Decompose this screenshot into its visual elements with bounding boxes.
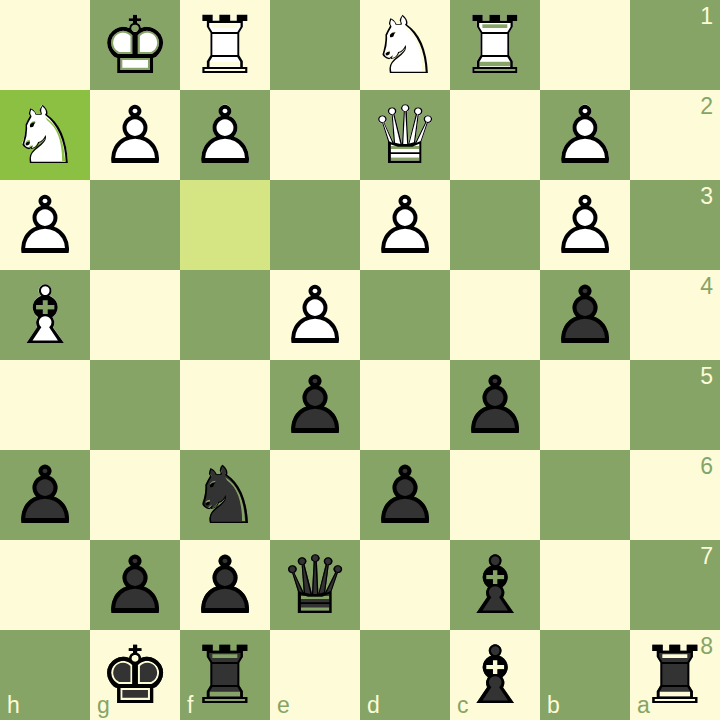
black-rook[interactable]: ♜♖ (630, 630, 720, 720)
square-g6[interactable] (90, 450, 180, 540)
square-c7[interactable]: ♝♗ (450, 540, 540, 630)
piece-outline-layer: ♗ (450, 540, 540, 630)
piece-outline-layer: ♗ (0, 270, 90, 360)
rank-label: 1 (700, 5, 713, 28)
square-e5[interactable]: ♟♙ (270, 360, 360, 450)
piece-outline-layer: ♖ (630, 630, 720, 720)
square-e8[interactable]: e (270, 630, 360, 720)
rank-label: 6 (700, 455, 713, 478)
piece-fill-layer: ♟ (180, 540, 270, 630)
piece-fill-layer: ♜ (180, 630, 270, 720)
square-h8[interactable]: h (0, 630, 90, 720)
black-pawn[interactable]: ♟♙ (540, 270, 630, 360)
file-label: b (547, 694, 560, 717)
square-c3[interactable] (450, 180, 540, 270)
piece-fill-layer: ♜ (180, 0, 270, 90)
rank-label: 7 (700, 545, 713, 568)
piece-fill-layer: ♝ (0, 270, 90, 360)
piece-outline-layer: ♙ (90, 540, 180, 630)
black-knight[interactable]: ♞♘ (180, 450, 270, 540)
square-g2[interactable]: ♟♙ (90, 90, 180, 180)
square-f7[interactable]: ♟♙ (180, 540, 270, 630)
piece-fill-layer: ♟ (540, 270, 630, 360)
piece-outline-layer: ♙ (540, 180, 630, 270)
white-pawn[interactable]: ♟♙ (360, 180, 450, 270)
white-pawn[interactable]: ♟♙ (270, 270, 360, 360)
square-h5[interactable] (0, 360, 90, 450)
square-h1[interactable] (0, 0, 90, 90)
square-b3[interactable]: ♟♙ (540, 180, 630, 270)
white-king[interactable]: ♚♔ (90, 0, 180, 90)
square-h6[interactable]: ♟♙ (0, 450, 90, 540)
piece-fill-layer: ♞ (360, 0, 450, 90)
black-king[interactable]: ♚♔ (90, 630, 180, 720)
black-pawn[interactable]: ♟♙ (0, 450, 90, 540)
piece-fill-layer: ♞ (180, 450, 270, 540)
white-queen[interactable]: ♛♕ (360, 90, 450, 180)
file-label: h (7, 694, 20, 717)
piece-outline-layer: ♕ (270, 540, 360, 630)
square-h4[interactable]: ♝♗ (0, 270, 90, 360)
square-g7[interactable]: ♟♙ (90, 540, 180, 630)
square-a8[interactable]: ♜♖8a (630, 630, 720, 720)
piece-outline-layer: ♖ (450, 0, 540, 90)
square-a3[interactable]: 3 (630, 180, 720, 270)
piece-outline-layer: ♙ (360, 450, 450, 540)
square-h2[interactable]: ♞♘ (0, 90, 90, 180)
piece-fill-layer: ♟ (450, 360, 540, 450)
piece-outline-layer: ♙ (540, 270, 630, 360)
piece-outline-layer: ♖ (180, 0, 270, 90)
piece-outline-layer: ♗ (450, 630, 540, 720)
rank-label: 4 (700, 275, 713, 298)
square-a7[interactable]: 7 (630, 540, 720, 630)
square-c5[interactable]: ♟♙ (450, 360, 540, 450)
square-b4[interactable]: ♟♙ (540, 270, 630, 360)
square-a4[interactable]: 4 (630, 270, 720, 360)
black-pawn[interactable]: ♟♙ (360, 450, 450, 540)
square-h7[interactable] (0, 540, 90, 630)
piece-outline-layer: ♖ (180, 630, 270, 720)
square-d2[interactable]: ♛♕ (360, 90, 450, 180)
square-b5[interactable] (540, 360, 630, 450)
square-f4[interactable] (180, 270, 270, 360)
piece-outline-layer: ♙ (0, 450, 90, 540)
square-b8[interactable]: b (540, 630, 630, 720)
piece-outline-layer: ♙ (360, 180, 450, 270)
piece-fill-layer: ♟ (360, 180, 450, 270)
piece-fill-layer: ♞ (0, 90, 90, 180)
black-pawn[interactable]: ♟♙ (90, 540, 180, 630)
piece-fill-layer: ♟ (270, 360, 360, 450)
piece-fill-layer: ♟ (360, 450, 450, 540)
square-d7[interactable] (360, 540, 450, 630)
white-pawn[interactable]: ♟♙ (90, 90, 180, 180)
white-pawn[interactable]: ♟♙ (0, 180, 90, 270)
square-d5[interactable] (360, 360, 450, 450)
square-a6[interactable]: 6 (630, 450, 720, 540)
black-pawn[interactable]: ♟♙ (180, 540, 270, 630)
rank-label: 2 (700, 95, 713, 118)
square-e4[interactable]: ♟♙ (270, 270, 360, 360)
square-c8[interactable]: ♝♗c (450, 630, 540, 720)
square-e2[interactable] (270, 90, 360, 180)
piece-outline-layer: ♘ (360, 0, 450, 90)
square-f8[interactable]: ♜♖f (180, 630, 270, 720)
square-c2[interactable] (450, 90, 540, 180)
square-g4[interactable] (90, 270, 180, 360)
square-a2[interactable]: 2 (630, 90, 720, 180)
piece-outline-layer: ♙ (0, 180, 90, 270)
square-b2[interactable]: ♟♙ (540, 90, 630, 180)
piece-fill-layer: ♝ (450, 540, 540, 630)
white-knight[interactable]: ♞♘ (0, 90, 90, 180)
piece-fill-layer: ♟ (540, 180, 630, 270)
piece-outline-layer: ♙ (270, 270, 360, 360)
square-h3[interactable]: ♟♙ (0, 180, 90, 270)
square-a1[interactable]: 1 (630, 0, 720, 90)
piece-fill-layer: ♟ (0, 450, 90, 540)
square-g3[interactable] (90, 180, 180, 270)
piece-fill-layer: ♟ (90, 90, 180, 180)
black-pawn[interactable]: ♟♙ (270, 360, 360, 450)
square-f5[interactable] (180, 360, 270, 450)
piece-outline-layer: ♙ (90, 90, 180, 180)
square-f1[interactable]: ♜♖ (180, 0, 270, 90)
file-label: d (367, 694, 380, 717)
square-e7[interactable]: ♛♕ (270, 540, 360, 630)
square-c4[interactable] (450, 270, 540, 360)
square-g1[interactable]: ♚♔ (90, 0, 180, 90)
square-f6[interactable]: ♞♘ (180, 450, 270, 540)
square-c6[interactable] (450, 450, 540, 540)
piece-fill-layer: ♟ (270, 270, 360, 360)
piece-outline-layer: ♙ (450, 360, 540, 450)
black-queen[interactable]: ♛♕ (270, 540, 360, 630)
piece-fill-layer: ♟ (180, 90, 270, 180)
piece-outline-layer: ♘ (0, 90, 90, 180)
black-pawn[interactable]: ♟♙ (450, 360, 540, 450)
square-d3[interactable]: ♟♙ (360, 180, 450, 270)
white-pawn[interactable]: ♟♙ (180, 90, 270, 180)
white-pawn[interactable]: ♟♙ (540, 90, 630, 180)
square-a5[interactable]: 5 (630, 360, 720, 450)
piece-fill-layer: ♜ (630, 630, 720, 720)
white-rook[interactable]: ♜♖ (180, 0, 270, 90)
square-g5[interactable] (90, 360, 180, 450)
square-e1[interactable] (270, 0, 360, 90)
piece-outline-layer: ♘ (180, 450, 270, 540)
rank-label: 3 (700, 185, 713, 208)
square-b1[interactable] (540, 0, 630, 90)
piece-outline-layer: ♙ (180, 90, 270, 180)
piece-fill-layer: ♟ (90, 540, 180, 630)
piece-outline-layer: ♕ (360, 90, 450, 180)
white-pawn[interactable]: ♟♙ (540, 180, 630, 270)
piece-fill-layer: ♟ (0, 180, 90, 270)
square-c1[interactable]: ♜♖ (450, 0, 540, 90)
black-bishop[interactable]: ♝♗ (450, 540, 540, 630)
rank-label: 5 (700, 365, 713, 388)
square-b6[interactable] (540, 450, 630, 540)
square-f3[interactable] (180, 180, 270, 270)
square-e3[interactable] (270, 180, 360, 270)
square-d1[interactable]: ♞♘ (360, 0, 450, 90)
black-rook[interactable]: ♜♖ (180, 630, 270, 720)
square-d8[interactable]: d (360, 630, 450, 720)
white-bishop[interactable]: ♝♗ (0, 270, 90, 360)
piece-fill-layer: ♚ (90, 0, 180, 90)
black-bishop[interactable]: ♝♗ (450, 630, 540, 720)
piece-fill-layer: ♜ (450, 0, 540, 90)
piece-outline-layer: ♙ (180, 540, 270, 630)
piece-outline-layer: ♙ (270, 360, 360, 450)
piece-outline-layer: ♔ (90, 630, 180, 720)
piece-fill-layer: ♛ (270, 540, 360, 630)
piece-fill-layer: ♛ (360, 90, 450, 180)
white-rook[interactable]: ♜♖ (450, 0, 540, 90)
chess-board: ♚♔♜♖♞♘♜♖1♞♘♟♙♟♙♛♕♟♙2♟♙♟♙♟♙3♝♗♟♙♟♙4♟♙♟♙5♟… (0, 0, 720, 720)
square-e6[interactable] (270, 450, 360, 540)
piece-outline-layer: ♔ (90, 0, 180, 90)
file-label: e (277, 694, 290, 717)
square-d4[interactable] (360, 270, 450, 360)
square-b7[interactable] (540, 540, 630, 630)
square-g8[interactable]: ♚♔g (90, 630, 180, 720)
piece-fill-layer: ♝ (450, 630, 540, 720)
square-d6[interactable]: ♟♙ (360, 450, 450, 540)
square-f2[interactable]: ♟♙ (180, 90, 270, 180)
piece-outline-layer: ♙ (540, 90, 630, 180)
white-knight[interactable]: ♞♘ (360, 0, 450, 90)
piece-fill-layer: ♟ (540, 90, 630, 180)
piece-fill-layer: ♚ (90, 630, 180, 720)
